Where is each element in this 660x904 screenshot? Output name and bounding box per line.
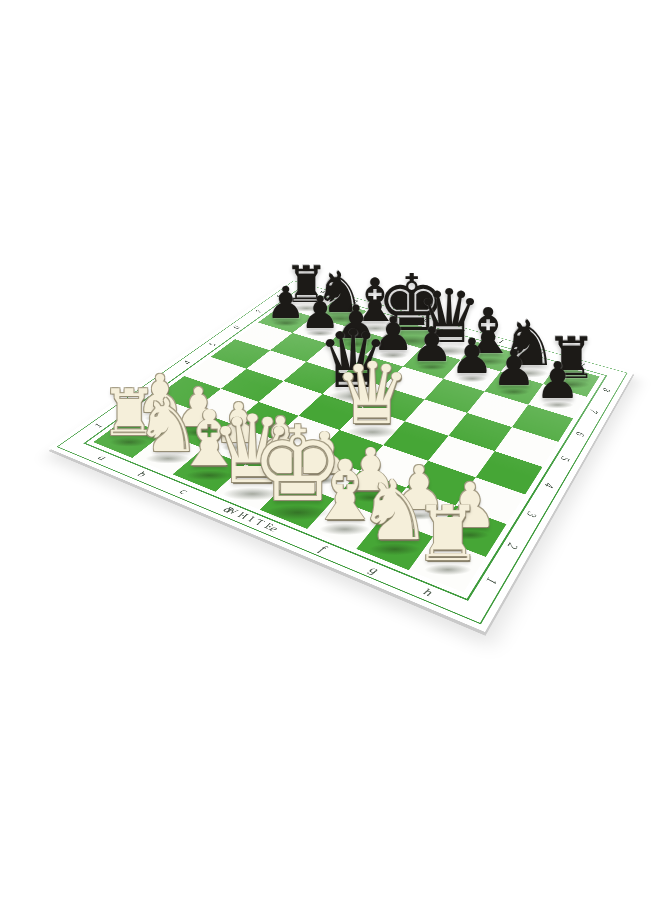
- file-label-top-g: g: [536, 350, 545, 357]
- file-label-bottom-f: f: [317, 543, 329, 555]
- file-label-bottom-e: e: [267, 523, 281, 535]
- rank-label-left-7: 7: [252, 309, 265, 314]
- chess-board-grid: [93, 292, 599, 592]
- vinyl-roll-up-board: WHITE aabbccddeeffgghh1122334455667788: [48, 278, 634, 632]
- file-label-bottom-c: c: [177, 486, 192, 497]
- file-label-top-f: f: [497, 339, 504, 345]
- file-label-bottom-a: a: [95, 453, 110, 463]
- rank-label-right-8: 8: [599, 387, 614, 393]
- rank-label-left-2: 2: [123, 399, 138, 406]
- rank-label-right-5: 5: [557, 455, 574, 463]
- rank-label-left-1: 1: [91, 422, 106, 429]
- file-label-top-b: b: [350, 299, 360, 305]
- file-label-top-a: a: [317, 290, 327, 295]
- rank-label-left-6: 6: [230, 325, 243, 330]
- file-label-bottom-d: d: [220, 504, 235, 515]
- rank-label-left-8: 8: [273, 294, 285, 299]
- rank-label-left-4: 4: [180, 360, 194, 366]
- board-scene: WHITE aabbccddeeffgghh1122334455667788: [0, 0, 660, 904]
- file-label-top-d: d: [420, 318, 430, 324]
- file-label-top-h: h: [577, 361, 586, 368]
- file-label-bottom-g: g: [366, 563, 381, 576]
- rank-label-right-7: 7: [586, 408, 602, 415]
- file-label-top-e: e: [458, 328, 467, 334]
- rank-label-left-3: 3: [152, 379, 166, 385]
- rank-label-right-1: 1: [482, 575, 502, 586]
- file-label-bottom-b: b: [134, 469, 149, 479]
- rank-label-right-2: 2: [503, 541, 522, 551]
- chess-set-photo: WHITE aabbccddeeffgghh1122334455667788 ♜…: [0, 0, 660, 904]
- rank-label-left-5: 5: [206, 342, 219, 348]
- file-label-bottom-h: h: [421, 585, 436, 599]
- rank-label-right-6: 6: [572, 430, 588, 437]
- rank-label-right-3: 3: [523, 510, 541, 519]
- rank-label-right-4: 4: [541, 481, 558, 490]
- file-label-top-c: c: [385, 308, 394, 314]
